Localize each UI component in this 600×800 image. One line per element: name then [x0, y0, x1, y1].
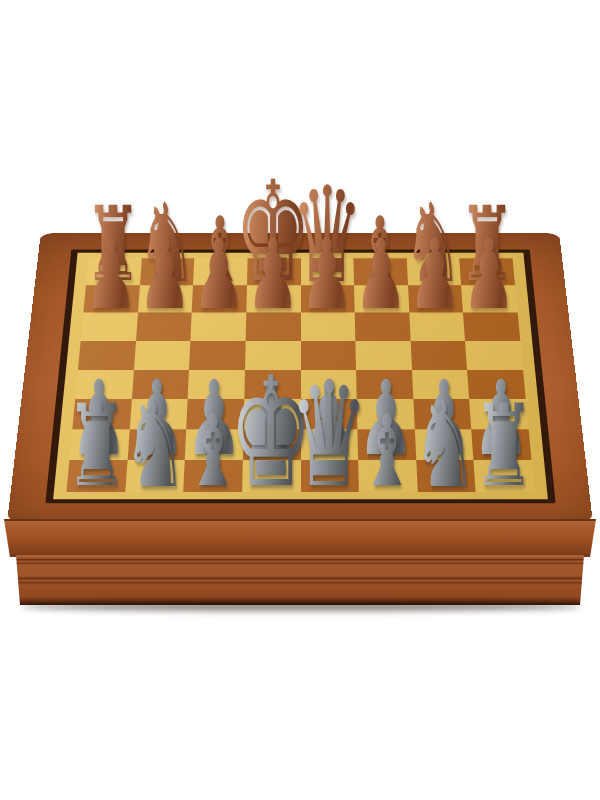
- board-square: [183, 460, 242, 492]
- board-square: [354, 285, 409, 312]
- board-square: [356, 369, 413, 399]
- board-square: [300, 312, 355, 340]
- board-square: [186, 399, 244, 429]
- board-square: [244, 369, 300, 399]
- board-square: [300, 340, 356, 369]
- board-square: [187, 369, 244, 399]
- board-square: [355, 340, 411, 369]
- board-square: [243, 399, 300, 429]
- board-square: [245, 312, 300, 340]
- storage-box-base: [16, 555, 584, 605]
- board-square: [72, 399, 131, 429]
- board-square: [300, 258, 354, 285]
- board-square: [190, 312, 246, 340]
- product-photo-scene: ♜♞♝♚♛♝♞♜♟♟♟♟♟♟♟♟♟♟♟♟♟♟♟♟♜♞♝♚♛♝♞♜: [0, 0, 600, 800]
- board-square: [241, 460, 300, 492]
- board-square: [131, 369, 189, 399]
- board-square: [133, 340, 190, 369]
- board-square: [75, 369, 133, 399]
- board-square: [78, 340, 136, 369]
- board-square: [184, 429, 242, 460]
- board-square: [413, 399, 471, 429]
- board-square: [461, 285, 517, 312]
- board-square: [246, 258, 300, 285]
- board-square: [354, 312, 410, 340]
- board-square: [124, 460, 184, 492]
- chess-board: [53, 252, 548, 498]
- board-square: [467, 369, 525, 399]
- board-grid: [66, 258, 534, 492]
- board-square: [416, 460, 476, 492]
- board-square: [191, 285, 246, 312]
- board-square: [459, 258, 515, 285]
- board-square: [473, 460, 534, 492]
- board-square: [83, 285, 139, 312]
- box-lid-front-edge: [4, 519, 596, 557]
- board-square: [300, 460, 359, 492]
- board-square: [465, 340, 523, 369]
- board-square: [407, 285, 463, 312]
- board-square: [139, 258, 194, 285]
- board-square: [406, 258, 461, 285]
- board-square: [246, 285, 300, 312]
- board-square: [300, 285, 354, 312]
- board-square: [189, 340, 245, 369]
- board-square: [300, 369, 356, 399]
- board-square: [80, 312, 137, 340]
- board-square: [353, 258, 407, 285]
- board-square: [137, 285, 193, 312]
- board-square: [409, 312, 465, 340]
- board-square: [410, 340, 467, 369]
- board-square: [356, 399, 414, 429]
- board-square: [463, 312, 520, 340]
- board-square: [242, 429, 300, 460]
- board-square: [85, 258, 141, 285]
- board-square: [135, 312, 191, 340]
- board-square: [127, 429, 186, 460]
- board-square: [411, 369, 469, 399]
- board-square: [66, 460, 127, 492]
- board-square: [69, 429, 129, 460]
- board-square: [300, 399, 357, 429]
- board-square: [469, 399, 528, 429]
- board-square: [244, 340, 300, 369]
- board-square: [357, 429, 415, 460]
- board-square: [414, 429, 473, 460]
- board-square: [129, 399, 187, 429]
- board-square: [358, 460, 417, 492]
- box-ground-shadow: [22, 602, 580, 611]
- board-square: [193, 258, 247, 285]
- board-square: [300, 429, 358, 460]
- board-square: [471, 429, 531, 460]
